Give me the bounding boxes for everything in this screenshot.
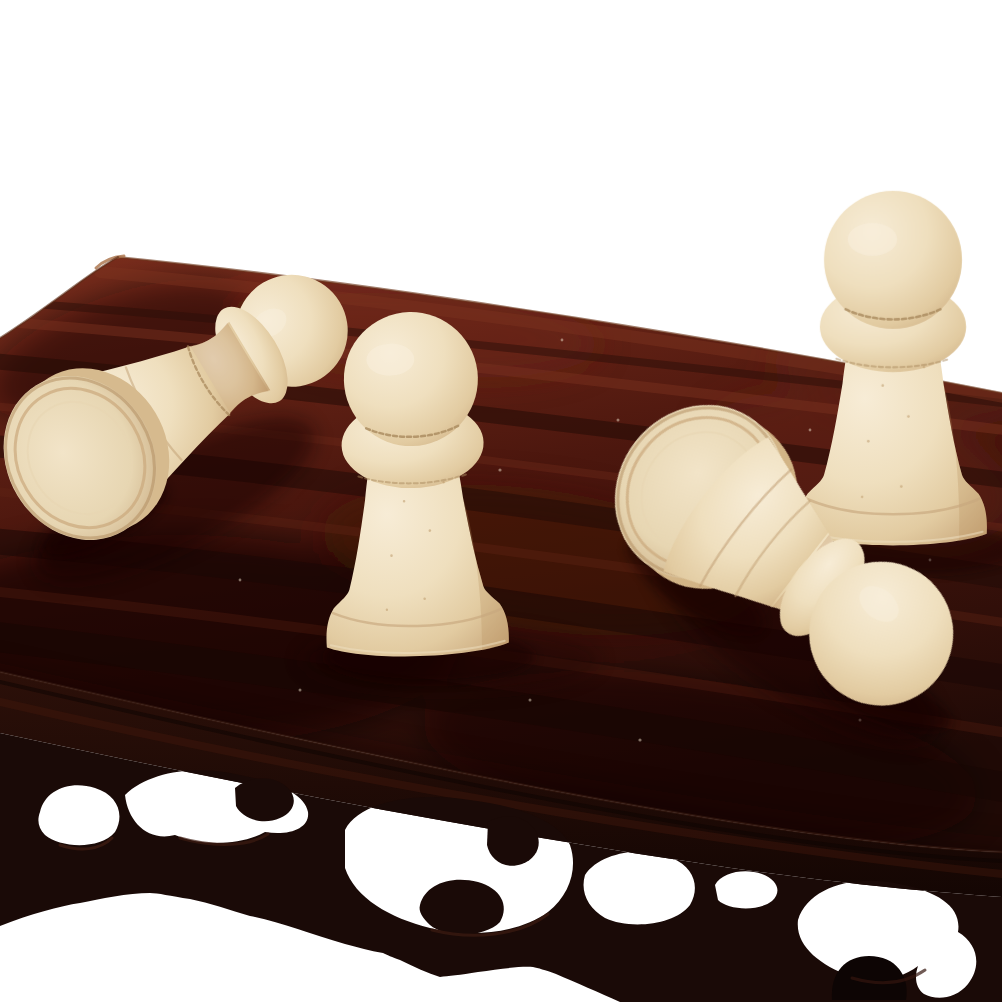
dust-speck xyxy=(561,339,564,342)
dust-speck xyxy=(638,738,641,741)
product-photo xyxy=(0,0,1002,1002)
dust-speck xyxy=(529,699,532,702)
photo-canvas xyxy=(0,0,1002,1002)
dust-speck xyxy=(498,468,501,471)
dust-speck xyxy=(809,429,812,432)
dust-speck xyxy=(617,419,620,422)
dust-speck xyxy=(239,579,242,582)
dust-speck xyxy=(299,689,302,692)
apron-cutout-inner-blob xyxy=(420,880,504,935)
